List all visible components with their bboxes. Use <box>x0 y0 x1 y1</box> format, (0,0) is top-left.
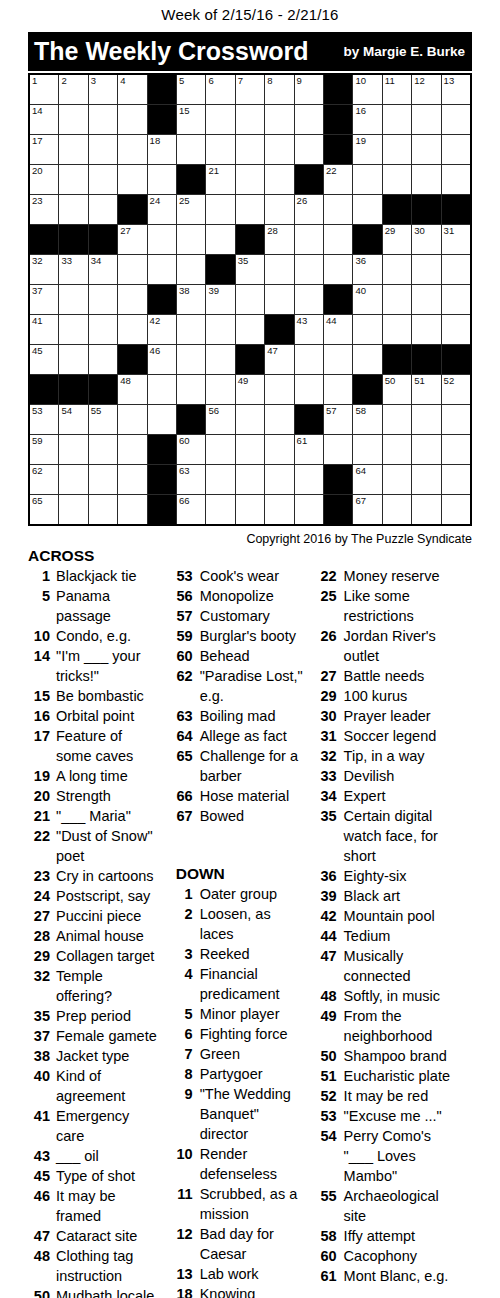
grid-cell[interactable] <box>118 135 146 164</box>
black-square <box>148 495 176 524</box>
grid-cell[interactable] <box>148 225 176 254</box>
down-clue-48: 48Softly, in music <box>320 986 472 1006</box>
clue-number: 12 <box>414 76 425 86</box>
grid-cell[interactable]: 39 <box>206 285 234 314</box>
grid-cell[interactable]: 45 <box>30 345 58 374</box>
clue-number: 53 <box>32 406 43 416</box>
grid-cell[interactable]: 30 <box>412 225 440 254</box>
clue-number: 65 <box>32 496 43 506</box>
clue-list-number: 20 <box>28 786 56 806</box>
grid-cell[interactable] <box>412 315 440 344</box>
clue-number: 13 <box>444 76 455 86</box>
grid-cell[interactable] <box>177 255 205 284</box>
clue-number: 20 <box>32 166 43 176</box>
grid-cell[interactable]: 10 <box>353 75 381 104</box>
grid-cell[interactable]: 29 <box>383 225 411 254</box>
grid-cell[interactable]: 21 <box>206 165 234 194</box>
black-square <box>353 375 381 404</box>
grid-cell[interactable]: 24 <box>148 195 176 224</box>
grid-cell[interactable] <box>442 495 470 524</box>
clue-list-number: 12 <box>176 1224 200 1264</box>
grid-cell[interactable] <box>177 345 205 374</box>
grid-cell[interactable]: 15 <box>177 105 205 134</box>
grid-cell[interactable]: 27 <box>118 225 146 254</box>
down-clue-22: 22Money reserve <box>320 566 472 586</box>
grid-cell[interactable] <box>383 465 411 494</box>
clue-list-number: 39 <box>320 886 344 906</box>
grid-cell[interactable] <box>265 255 293 284</box>
clue-list-number: 19 <box>28 766 56 786</box>
grid-cell[interactable] <box>324 225 352 254</box>
grid-cell[interactable] <box>118 255 146 284</box>
grid-cell[interactable] <box>59 435 87 464</box>
grid-cell[interactable]: 14 <box>30 105 58 134</box>
clue-text: A long time <box>56 766 159 786</box>
clue-list-number: 64 <box>176 726 200 746</box>
grid-cell[interactable]: 20 <box>30 165 58 194</box>
clue-text: It may be red <box>344 1086 454 1106</box>
grid-cell[interactable] <box>206 195 234 224</box>
grid-cell[interactable]: 9 <box>295 75 323 104</box>
clue-number: 57 <box>326 406 337 416</box>
grid-cell[interactable] <box>383 165 411 194</box>
grid-cell[interactable] <box>148 375 176 404</box>
clue-text: Soccer legend <box>344 726 454 746</box>
grid-cell[interactable] <box>59 465 87 494</box>
clue-text: Loosen, as laces <box>200 904 304 944</box>
grid-cell[interactable] <box>59 165 87 194</box>
grid-cell[interactable] <box>412 465 440 494</box>
grid-cell[interactable]: 26 <box>295 195 323 224</box>
grid-cell[interactable]: 28 <box>265 225 293 254</box>
clue-text: "Excuse me ..." <box>344 1106 454 1126</box>
grid-cell[interactable] <box>206 105 234 134</box>
grid-cell[interactable] <box>383 405 411 434</box>
clue-number: 7 <box>238 76 243 86</box>
clue-list-number: 60 <box>320 1246 344 1266</box>
grid-cell[interactable] <box>383 495 411 524</box>
grid-cell[interactable] <box>177 135 205 164</box>
grid-cell[interactable] <box>295 285 323 314</box>
clue-text: Eighty-six <box>344 866 454 886</box>
grid-cell[interactable] <box>295 105 323 134</box>
grid-cell[interactable] <box>353 165 381 194</box>
grid-cell[interactable] <box>265 495 293 524</box>
grid-cell[interactable] <box>442 105 470 134</box>
across-clue-32: 32Temple offering? <box>28 966 176 1006</box>
grid-cell[interactable]: 60 <box>177 435 205 464</box>
grid-cell[interactable] <box>118 285 146 314</box>
black-square <box>118 345 146 374</box>
grid-cell[interactable]: 1 <box>30 75 58 104</box>
grid-cell[interactable]: 34 <box>89 255 117 284</box>
grid-cell[interactable]: 63 <box>177 465 205 494</box>
clue-number: 28 <box>267 226 278 236</box>
grid-cell[interactable] <box>383 135 411 164</box>
grid-cell[interactable] <box>89 105 117 134</box>
grid-cell[interactable]: 11 <box>383 75 411 104</box>
grid-cell[interactable] <box>324 195 352 224</box>
clue-text: Collagen target <box>56 946 159 966</box>
grid-cell[interactable] <box>236 405 264 434</box>
clue-list-number: 67 <box>176 806 200 826</box>
grid-cell[interactable] <box>324 345 352 374</box>
grid-cell[interactable] <box>353 195 381 224</box>
grid-cell[interactable] <box>295 495 323 524</box>
clue-number: 22 <box>326 166 337 176</box>
clue-number: 39 <box>208 286 219 296</box>
grid-cell[interactable] <box>89 165 117 194</box>
grid-cell[interactable] <box>442 255 470 284</box>
black-square <box>324 465 352 494</box>
grid-cell[interactable] <box>89 315 117 344</box>
down-clue-52: 52It may be red <box>320 1086 472 1106</box>
grid-cell[interactable] <box>265 375 293 404</box>
grid-cell[interactable]: 65 <box>30 495 58 524</box>
grid-cell[interactable]: 5 <box>177 75 205 104</box>
grid-cell[interactable] <box>412 495 440 524</box>
grid-cell[interactable] <box>118 165 146 194</box>
grid-cell[interactable] <box>442 435 470 464</box>
grid-cell[interactable] <box>236 285 264 314</box>
grid-cell[interactable] <box>206 315 234 344</box>
grid-cell[interactable]: 4 <box>118 75 146 104</box>
grid-cell[interactable] <box>265 405 293 434</box>
grid-cell[interactable] <box>177 315 205 344</box>
clue-list-number: 37 <box>28 1026 56 1046</box>
clue-text: Bowed <box>200 806 304 826</box>
clue-text: Black art <box>344 886 454 906</box>
grid-cell[interactable]: 51 <box>412 375 440 404</box>
grid-cell[interactable]: 6 <box>206 75 234 104</box>
grid-cell[interactable] <box>265 105 293 134</box>
grid-cell[interactable] <box>118 405 146 434</box>
grid-cell[interactable]: 25 <box>177 195 205 224</box>
grid-cell[interactable] <box>236 465 264 494</box>
grid-cell[interactable] <box>324 435 352 464</box>
grid-cell[interactable] <box>89 135 117 164</box>
grid-cell[interactable]: 32 <box>30 255 58 284</box>
black-square <box>59 375 87 404</box>
clue-number: 49 <box>238 376 249 386</box>
grid-cell[interactable] <box>295 135 323 164</box>
grid-cell[interactable]: 46 <box>148 345 176 374</box>
grid-cell[interactable] <box>236 435 264 464</box>
clue-text: Condo, e.g. <box>56 626 159 646</box>
clue-number: 37 <box>32 286 43 296</box>
grid-cell[interactable]: 59 <box>30 435 58 464</box>
grid-cell[interactable] <box>412 135 440 164</box>
grid-cell[interactable] <box>412 405 440 434</box>
clue-list-number: 41 <box>28 1106 56 1146</box>
grid-cell[interactable]: 7 <box>236 75 264 104</box>
grid-cell[interactable] <box>324 255 352 284</box>
grid-cell[interactable] <box>442 465 470 494</box>
grid-cell[interactable]: 57 <box>324 405 352 434</box>
clue-number: 33 <box>61 256 72 266</box>
clue-text: Knowing <box>200 1284 304 1298</box>
clue-number: 36 <box>355 256 366 266</box>
grid-cell[interactable] <box>412 435 440 464</box>
grid-cell[interactable]: 66 <box>177 495 205 524</box>
grid-cell[interactable]: 16 <box>353 105 381 134</box>
clue-number: 27 <box>120 226 131 236</box>
clue-section-gap <box>176 826 320 864</box>
grid-cell[interactable] <box>89 345 117 374</box>
across-clue-43: 43___ oil <box>28 1146 176 1166</box>
grid-cell[interactable] <box>118 105 146 134</box>
clue-list-number: 40 <box>28 1066 56 1106</box>
grid-cell[interactable]: 23 <box>30 195 58 224</box>
clue-text: Money reserve <box>344 566 454 586</box>
grid-cell[interactable] <box>236 195 264 224</box>
grid-cell[interactable] <box>206 375 234 404</box>
clue-list-number: 1 <box>176 884 200 904</box>
grid-cell[interactable] <box>59 315 87 344</box>
clue-text: Render defenseless <box>200 1144 304 1184</box>
clue-list-number: 50 <box>320 1046 344 1066</box>
black-square <box>177 405 205 434</box>
clue-number: 63 <box>179 466 190 476</box>
grid-cell[interactable]: 42 <box>148 315 176 344</box>
clue-list-number: 17 <box>28 726 56 766</box>
black-square <box>118 195 146 224</box>
across-clue-63: 63Boiling mad <box>176 706 320 726</box>
grid-cell[interactable] <box>59 135 87 164</box>
grid-cell[interactable]: 13 <box>442 75 470 104</box>
clue-text: Scrubbed, as a mission <box>200 1184 304 1224</box>
grid-cell[interactable] <box>412 285 440 314</box>
grid-cell[interactable] <box>59 195 87 224</box>
clue-list-number: 58 <box>320 1226 344 1246</box>
clue-list-number: 29 <box>28 946 56 966</box>
clue-number: 64 <box>355 466 366 476</box>
grid-cell[interactable] <box>148 255 176 284</box>
clue-list-number: 30 <box>320 706 344 726</box>
clue-number: 44 <box>326 316 337 326</box>
clue-number: 18 <box>150 136 161 146</box>
black-square <box>30 375 58 404</box>
week-header: Week of 2/15/16 - 2/21/16 <box>0 0 500 23</box>
clue-number: 40 <box>355 286 366 296</box>
grid-cell[interactable] <box>442 315 470 344</box>
grid-cell[interactable]: 55 <box>89 405 117 434</box>
grid-cell[interactable] <box>265 435 293 464</box>
grid-cell[interactable] <box>206 495 234 524</box>
across-clue-14: 14"I'm ___ your tricks!" <box>28 646 176 686</box>
grid-cell[interactable] <box>442 285 470 314</box>
grid-cell[interactable] <box>412 165 440 194</box>
grid-cell[interactable]: 33 <box>59 255 87 284</box>
grid-cell[interactable] <box>265 195 293 224</box>
grid-cell[interactable] <box>148 165 176 194</box>
clue-text: Perry Como's "___ Loves Mambo" <box>344 1126 454 1186</box>
grid-cell[interactable]: 2 <box>59 75 87 104</box>
grid-cell[interactable]: 36 <box>353 255 381 284</box>
across-clue-16: 16Orbital point <box>28 706 176 726</box>
clue-text: Strength <box>56 786 159 806</box>
clue-text: Battle needs <box>344 666 454 686</box>
clue-list-number: 35 <box>320 806 344 866</box>
grid-cell[interactable] <box>353 435 381 464</box>
grid-cell[interactable] <box>206 225 234 254</box>
clue-text: Panama passage <box>56 586 159 626</box>
grid-cell[interactable] <box>442 135 470 164</box>
grid-cell[interactable] <box>206 435 234 464</box>
clue-number: 41 <box>32 316 43 326</box>
grid-cell[interactable] <box>265 465 293 494</box>
grid-cell[interactable] <box>89 195 117 224</box>
clue-text: "The Wedding Banquet" director <box>200 1084 304 1144</box>
black-square <box>148 285 176 314</box>
grid-cell[interactable] <box>89 285 117 314</box>
grid-cell[interactable]: 67 <box>353 495 381 524</box>
grid-cell[interactable]: 3 <box>89 75 117 104</box>
across-clues-part1: 1Blackjack tie5Panama passage10Condo, e.… <box>28 566 176 1298</box>
column2-top-pad <box>176 546 320 566</box>
down-clue-27: 27Battle needs <box>320 666 472 686</box>
grid-cell[interactable]: 62 <box>30 465 58 494</box>
clue-number: 25 <box>179 196 190 206</box>
grid-cell[interactable] <box>177 375 205 404</box>
across-clue-65: 65Challenge for a barber <box>176 746 320 786</box>
copyright: Copyright 2016 by The Puzzle Syndicate <box>28 532 472 546</box>
clue-text: Fighting force <box>200 1024 304 1044</box>
grid-cell[interactable] <box>236 165 264 194</box>
across-clues-part2: 53Cook's wear56Monopolize57Customary59Bu… <box>176 566 320 826</box>
grid-cell[interactable] <box>59 495 87 524</box>
grid-cell[interactable] <box>295 255 323 284</box>
grid-cell[interactable] <box>295 345 323 374</box>
grid-cell[interactable] <box>89 435 117 464</box>
clue-list-number: 61 <box>320 1266 344 1286</box>
grid-cell[interactable] <box>59 345 87 374</box>
grid-cell[interactable] <box>353 315 381 344</box>
grid-cell[interactable] <box>412 255 440 284</box>
grid-cell[interactable]: 49 <box>236 375 264 404</box>
grid-cell[interactable] <box>383 315 411 344</box>
grid-cell[interactable] <box>442 165 470 194</box>
clue-number: 3 <box>91 76 96 86</box>
grid-cell[interactable] <box>206 135 234 164</box>
grid-cell[interactable] <box>412 105 440 134</box>
clue-list-number: 8 <box>176 1064 200 1084</box>
grid-cell[interactable] <box>295 375 323 404</box>
clue-list-number: 63 <box>176 706 200 726</box>
grid-cell[interactable]: 18 <box>148 135 176 164</box>
grid-cell[interactable] <box>353 345 381 374</box>
grid-cell[interactable]: 47 <box>265 345 293 374</box>
clue-number: 23 <box>32 196 43 206</box>
grid-cell[interactable] <box>59 105 87 134</box>
grid-cell[interactable]: 54 <box>59 405 87 434</box>
grid-cell[interactable] <box>148 405 176 434</box>
grid-cell[interactable] <box>118 495 146 524</box>
grid-cell[interactable]: 35 <box>236 255 264 284</box>
clue-list-number: 1 <box>28 566 56 586</box>
grid-cell[interactable] <box>118 465 146 494</box>
clue-number: 30 <box>414 226 425 236</box>
across-clue-57: 57Customary <box>176 606 320 626</box>
across-clue-29: 29Collagen target <box>28 946 176 966</box>
grid-cell[interactable] <box>206 465 234 494</box>
grid-cell[interactable] <box>442 405 470 434</box>
grid-cell[interactable] <box>383 105 411 134</box>
down-clue-49: 49From the neighborhood <box>320 1006 472 1046</box>
grid-cell[interactable] <box>89 465 117 494</box>
grid-cell[interactable] <box>383 435 411 464</box>
grid-cell[interactable] <box>265 165 293 194</box>
grid-cell[interactable]: 44 <box>324 315 352 344</box>
grid-cell[interactable] <box>236 105 264 134</box>
down-clue-53: 53"Excuse me ..." <box>320 1106 472 1126</box>
grid-cell[interactable]: 41 <box>30 315 58 344</box>
clue-list-number: 22 <box>28 826 56 866</box>
clue-text: From the neighborhood <box>344 1006 454 1046</box>
clue-number: 43 <box>297 316 308 326</box>
grid-cell[interactable]: 31 <box>442 225 470 254</box>
grid-cell[interactable] <box>324 375 352 404</box>
grid-cell[interactable]: 61 <box>295 435 323 464</box>
grid-cell[interactable]: 53 <box>30 405 58 434</box>
down-clue-13: 13Lab work <box>176 1264 320 1284</box>
grid-cell[interactable] <box>236 495 264 524</box>
grid-cell[interactable]: 43 <box>295 315 323 344</box>
black-square <box>89 375 117 404</box>
grid-cell[interactable] <box>89 495 117 524</box>
grid-cell[interactable] <box>295 225 323 254</box>
grid-cell[interactable] <box>206 345 234 374</box>
clue-list-number: 27 <box>320 666 344 686</box>
grid-cell[interactable] <box>383 255 411 284</box>
clue-number: 48 <box>120 376 131 386</box>
clue-text: Type of shot <box>56 1166 159 1186</box>
grid-cell[interactable] <box>118 315 146 344</box>
grid-cell[interactable] <box>177 225 205 254</box>
grid-cell[interactable]: 48 <box>118 375 146 404</box>
grid-cell[interactable]: 58 <box>353 405 381 434</box>
grid-cell[interactable]: 12 <box>412 75 440 104</box>
grid-cell[interactable] <box>383 285 411 314</box>
grid-cell[interactable] <box>295 465 323 494</box>
grid-cell[interactable] <box>265 135 293 164</box>
grid-cell[interactable]: 37 <box>30 285 58 314</box>
grid-cell[interactable]: 19 <box>353 135 381 164</box>
clue-list-number: 27 <box>28 906 56 926</box>
grid-cell[interactable] <box>236 135 264 164</box>
grid-cell[interactable]: 64 <box>353 465 381 494</box>
clue-text: Female gamete <box>56 1026 159 1046</box>
clue-column-3: 22Money reserve25Like some restrictions2… <box>320 546 472 1298</box>
grid-cell[interactable]: 22 <box>324 165 352 194</box>
grid-cell[interactable] <box>118 435 146 464</box>
clue-text: Monopolize <box>200 586 304 606</box>
grid-cell[interactable] <box>265 285 293 314</box>
grid-cell[interactable]: 8 <box>265 75 293 104</box>
clue-text: "Dust of Snow" poet <box>56 826 159 866</box>
grid-cell[interactable]: 50 <box>383 375 411 404</box>
clue-list-number: 2 <box>176 904 200 944</box>
grid-cell[interactable]: 40 <box>353 285 381 314</box>
clue-text: Certain digital watch face, for short <box>344 806 454 866</box>
grid-cell[interactable]: 56 <box>206 405 234 434</box>
grid-cell[interactable] <box>59 285 87 314</box>
grid-cell[interactable]: 17 <box>30 135 58 164</box>
grid-cell[interactable]: 52 <box>442 375 470 404</box>
grid-cell[interactable] <box>236 315 264 344</box>
grid-cell[interactable]: 38 <box>177 285 205 314</box>
clue-number: 62 <box>32 466 43 476</box>
